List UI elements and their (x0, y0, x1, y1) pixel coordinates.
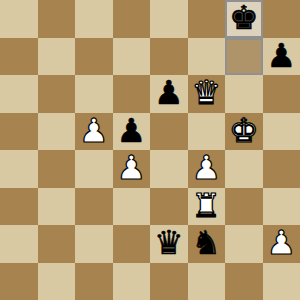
square-h2[interactable]: ♟ (263, 225, 301, 263)
piece-black-king[interactable]: ♚ (229, 0, 259, 37)
square-g8[interactable]: ♚ (225, 0, 263, 38)
square-h1[interactable] (263, 263, 301, 300)
square-e3[interactable] (150, 188, 188, 226)
square-h6[interactable] (263, 75, 301, 113)
square-c8[interactable] (75, 0, 113, 38)
square-a2[interactable] (0, 225, 38, 263)
square-f1[interactable] (188, 263, 226, 300)
square-d2[interactable] (113, 225, 151, 263)
square-b2[interactable] (38, 225, 76, 263)
square-d7[interactable] (113, 38, 151, 76)
square-f2[interactable]: ♞ (188, 225, 226, 263)
square-c4[interactable] (75, 150, 113, 188)
piece-white-pawn[interactable]: ♟ (266, 224, 296, 262)
square-b6[interactable] (38, 75, 76, 113)
piece-white-rook[interactable]: ♜ (191, 187, 221, 225)
square-f4[interactable]: ♟ (188, 150, 226, 188)
square-g5[interactable]: ♚ (225, 113, 263, 151)
square-f3[interactable]: ♜ (188, 188, 226, 226)
chess-board-container: ♚♟♟♛♟♟♚♟♟♜♛♞♟ (0, 0, 300, 300)
square-c5[interactable]: ♟ (75, 113, 113, 151)
square-e6[interactable]: ♟ (150, 75, 188, 113)
square-h5[interactable] (263, 113, 301, 151)
square-c6[interactable] (75, 75, 113, 113)
square-f7[interactable] (188, 38, 226, 76)
square-b4[interactable] (38, 150, 76, 188)
square-b5[interactable] (38, 113, 76, 151)
square-b3[interactable] (38, 188, 76, 226)
square-c2[interactable] (75, 225, 113, 263)
piece-white-pawn[interactable]: ♟ (79, 112, 109, 150)
piece-white-pawn[interactable]: ♟ (191, 149, 221, 187)
piece-white-pawn[interactable]: ♟ (116, 149, 146, 187)
piece-black-pawn[interactable]: ♟ (116, 112, 146, 150)
square-b8[interactable] (38, 0, 76, 38)
chess-board: ♚♟♟♛♟♟♚♟♟♜♛♞♟ (0, 0, 300, 300)
square-d8[interactable] (113, 0, 151, 38)
square-g7[interactable] (225, 38, 263, 76)
square-f8[interactable] (188, 0, 226, 38)
square-a8[interactable] (0, 0, 38, 38)
piece-white-queen[interactable]: ♛ (191, 74, 221, 112)
square-f6[interactable]: ♛ (188, 75, 226, 113)
square-b1[interactable] (38, 263, 76, 300)
square-h8[interactable] (263, 0, 301, 38)
square-h7[interactable]: ♟ (263, 38, 301, 76)
square-g6[interactable] (225, 75, 263, 113)
piece-black-queen[interactable]: ♛ (154, 224, 184, 262)
square-g1[interactable] (225, 263, 263, 300)
piece-black-pawn[interactable]: ♟ (154, 74, 184, 112)
square-e5[interactable] (150, 113, 188, 151)
square-c1[interactable] (75, 263, 113, 300)
square-e1[interactable] (150, 263, 188, 300)
square-c7[interactable] (75, 38, 113, 76)
piece-black-knight[interactable]: ♞ (191, 224, 221, 262)
square-d1[interactable] (113, 263, 151, 300)
piece-black-pawn[interactable]: ♟ (266, 37, 296, 75)
square-b7[interactable] (38, 38, 76, 76)
square-d4[interactable]: ♟ (113, 150, 151, 188)
square-d5[interactable]: ♟ (113, 113, 151, 151)
square-c3[interactable] (75, 188, 113, 226)
piece-white-king[interactable]: ♚ (229, 112, 259, 150)
square-g3[interactable] (225, 188, 263, 226)
square-f5[interactable] (188, 113, 226, 151)
square-h4[interactable] (263, 150, 301, 188)
square-g2[interactable] (225, 225, 263, 263)
square-a3[interactable] (0, 188, 38, 226)
square-a4[interactable] (0, 150, 38, 188)
square-d6[interactable] (113, 75, 151, 113)
square-h3[interactable] (263, 188, 301, 226)
square-g4[interactable] (225, 150, 263, 188)
square-d3[interactable] (113, 188, 151, 226)
square-a7[interactable] (0, 38, 38, 76)
square-e7[interactable] (150, 38, 188, 76)
square-a6[interactable] (0, 75, 38, 113)
square-a5[interactable] (0, 113, 38, 151)
square-e8[interactable] (150, 0, 188, 38)
square-e4[interactable] (150, 150, 188, 188)
square-a1[interactable] (0, 263, 38, 300)
square-e2[interactable]: ♛ (150, 225, 188, 263)
